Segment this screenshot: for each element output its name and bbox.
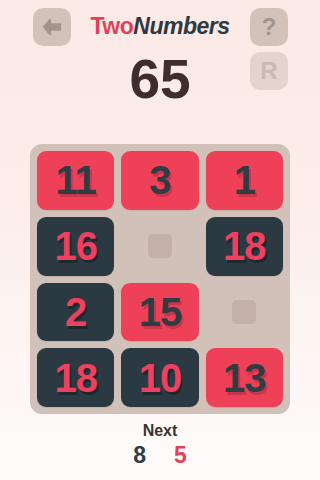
- help-button[interactable]: ?: [250, 8, 288, 46]
- next-label: Next: [0, 422, 320, 440]
- next-tile-red: 5: [174, 444, 187, 467]
- tile-value: 18: [223, 226, 266, 266]
- score-value: 65: [0, 52, 320, 107]
- tile-value: 13: [223, 358, 266, 398]
- tile-r0c0[interactable]: 11: [37, 151, 114, 210]
- empty-cell-r2c2: [206, 283, 283, 342]
- tile-value: 16: [54, 226, 97, 266]
- tile-r0c1[interactable]: 3: [121, 151, 198, 210]
- tile-value: 11: [56, 160, 96, 200]
- next-tiles: 8 5: [0, 444, 320, 467]
- tile-r3c2[interactable]: 13: [206, 348, 283, 407]
- tile-r2c0[interactable]: 2: [37, 283, 114, 342]
- tile-value: 1: [234, 160, 255, 200]
- tile-r3c1[interactable]: 10: [121, 348, 198, 407]
- tile-value: 15: [139, 292, 182, 332]
- tile-r2c1[interactable]: 15: [121, 283, 198, 342]
- tile-r1c2[interactable]: 18: [206, 217, 283, 276]
- next-tile-dark: 8: [133, 444, 146, 467]
- question-mark-glyph: ?: [262, 15, 277, 39]
- game-board[interactable]: 11 3 1 16 18 2 15 18 10 13: [30, 144, 290, 414]
- title-rest: Numbers: [133, 13, 229, 39]
- tile-value: 2: [65, 292, 86, 332]
- tile-value: 3: [149, 160, 170, 200]
- tile-r3c0[interactable]: 18: [37, 348, 114, 407]
- tile-r0c2[interactable]: 1: [206, 151, 283, 210]
- tile-r1c0[interactable]: 16: [37, 217, 114, 276]
- tile-value: 18: [54, 358, 97, 398]
- app-screen: TwoNumbers ? R 65 11 3 1 16 18 2 15 18 1…: [0, 0, 320, 480]
- title-accent: Two: [91, 13, 134, 39]
- tile-value: 10: [139, 358, 182, 398]
- empty-cell-r1c1: [121, 217, 198, 276]
